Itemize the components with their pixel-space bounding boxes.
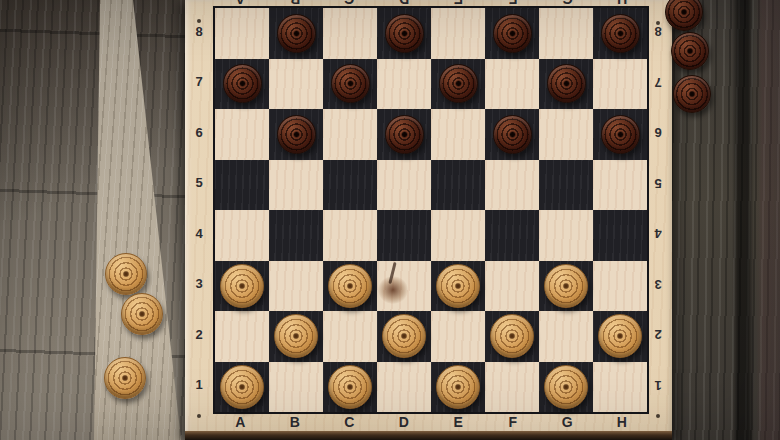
piece-light-h2[interactable] (598, 314, 642, 358)
square-d1[interactable] (377, 362, 431, 413)
square-f6[interactable] (485, 109, 539, 160)
offboard-piece-dark-2[interactable] (671, 32, 709, 70)
square-a8[interactable] (215, 8, 269, 59)
square-c1[interactable] (323, 362, 377, 413)
square-h1[interactable] (593, 362, 647, 413)
piece-dark-b8[interactable] (277, 14, 316, 53)
piece-light-g1[interactable] (544, 365, 588, 409)
square-e5[interactable] (431, 160, 485, 211)
rank-label-left-4: 4 (185, 208, 213, 259)
file-label-bottom-d: D (377, 411, 432, 432)
piece-light-c3[interactable] (328, 264, 372, 308)
square-a7[interactable] (215, 59, 269, 110)
file-label-bottom-b: B (268, 411, 323, 432)
piece-dark-d6[interactable] (385, 115, 424, 154)
square-f5[interactable] (485, 160, 539, 211)
file-label-top-g: G (540, 0, 595, 5)
square-f8[interactable] (485, 8, 539, 59)
rank-label-right-6: 6 (644, 107, 672, 158)
square-g8[interactable] (539, 8, 593, 59)
square-h5[interactable] (593, 160, 647, 211)
square-g4[interactable] (539, 210, 593, 261)
piece-dark-f8[interactable] (493, 14, 532, 53)
square-f4[interactable] (485, 210, 539, 261)
square-g6[interactable] (539, 109, 593, 160)
piece-light-b2[interactable] (274, 314, 318, 358)
file-label-top-e: E (431, 0, 486, 5)
rank-label-left-3: 3 (185, 259, 213, 310)
square-c6[interactable] (323, 109, 377, 160)
square-e8[interactable] (431, 8, 485, 59)
piece-light-g3[interactable] (544, 264, 588, 308)
rank-label-left-7: 7 (185, 57, 213, 108)
square-g1[interactable] (539, 362, 593, 413)
file-label-bottom-e: E (431, 411, 486, 432)
square-d2[interactable] (377, 311, 431, 362)
piece-light-d2[interactable] (382, 314, 426, 358)
square-h2[interactable] (593, 311, 647, 362)
square-b8[interactable] (269, 8, 323, 59)
piece-light-f2[interactable] (490, 314, 534, 358)
piece-dark-f6[interactable] (493, 115, 532, 154)
file-label-bottom-g: G (540, 411, 595, 432)
board-grid (213, 6, 649, 414)
board-bottom-edge (185, 431, 672, 440)
square-f7[interactable] (485, 59, 539, 110)
file-label-top-c: C (322, 0, 377, 5)
square-h8[interactable] (593, 8, 647, 59)
square-b7[interactable] (269, 59, 323, 110)
square-c5[interactable] (323, 160, 377, 211)
file-label-top-h: H (595, 0, 650, 5)
square-a6[interactable] (215, 109, 269, 160)
piece-dark-a7[interactable] (223, 64, 262, 103)
piece-light-c1[interactable] (328, 365, 372, 409)
offboard-piece-dark-3[interactable] (673, 75, 711, 113)
rank-label-left-2: 2 (185, 309, 213, 360)
square-a5[interactable] (215, 160, 269, 211)
square-g5[interactable] (539, 160, 593, 211)
rank-labels-right: 87654321 (644, 6, 672, 410)
square-d8[interactable] (377, 8, 431, 59)
rank-labels-left: 87654321 (185, 6, 213, 410)
square-b6[interactable] (269, 109, 323, 160)
square-b1[interactable] (269, 362, 323, 413)
checkers-photo-scene: ABCDEFGH 87654321 87654321 ABCDEFGH (0, 0, 780, 440)
square-a1[interactable] (215, 362, 269, 413)
piece-dark-c7[interactable] (331, 64, 370, 103)
rank-label-left-8: 8 (185, 6, 213, 57)
square-e6[interactable] (431, 109, 485, 160)
corner-pin-icon (197, 414, 201, 418)
corner-pin-icon (656, 21, 660, 25)
rank-label-right-1: 1 (644, 360, 672, 411)
piece-dark-b6[interactable] (277, 115, 316, 154)
square-d5[interactable] (377, 160, 431, 211)
checkers-board: ABCDEFGH 87654321 87654321 ABCDEFGH (185, 0, 672, 440)
square-g2[interactable] (539, 311, 593, 362)
square-b2[interactable] (269, 311, 323, 362)
piece-light-e1[interactable] (436, 365, 480, 409)
rank-label-right-4: 4 (644, 208, 672, 259)
square-c3[interactable] (323, 261, 377, 312)
rank-label-right-5: 5 (644, 158, 672, 209)
rank-label-left-5: 5 (185, 158, 213, 209)
piece-light-e3[interactable] (436, 264, 480, 308)
file-labels-bottom: ABCDEFGH (213, 411, 649, 432)
piece-dark-h8[interactable] (601, 14, 640, 53)
square-a2[interactable] (215, 311, 269, 362)
square-d3[interactable] (377, 261, 431, 312)
offboard-piece-light-3[interactable] (104, 357, 146, 399)
square-h6[interactable] (593, 109, 647, 160)
file-label-top-f: F (486, 0, 541, 5)
square-b5[interactable] (269, 160, 323, 211)
square-a4[interactable] (215, 210, 269, 261)
square-h3[interactable] (593, 261, 647, 312)
piece-light-a1[interactable] (220, 365, 264, 409)
square-d7[interactable] (377, 59, 431, 110)
square-e4[interactable] (431, 210, 485, 261)
rank-label-left-6: 6 (185, 107, 213, 158)
square-d6[interactable] (377, 109, 431, 160)
file-label-bottom-a: A (213, 411, 268, 432)
corner-pin-icon (197, 19, 201, 23)
square-h7[interactable] (593, 59, 647, 110)
rank-label-right-3: 3 (644, 259, 672, 310)
piece-dark-e7[interactable] (439, 64, 478, 103)
square-c2[interactable] (323, 311, 377, 362)
square-h4[interactable] (593, 210, 647, 261)
square-d4[interactable] (377, 210, 431, 261)
offboard-piece-light-2[interactable] (121, 293, 163, 335)
file-label-top-b: B (268, 0, 323, 5)
piece-dark-h6[interactable] (601, 115, 640, 154)
square-b4[interactable] (269, 210, 323, 261)
piece-dark-d8[interactable] (385, 14, 424, 53)
square-c4[interactable] (323, 210, 377, 261)
square-a3[interactable] (215, 261, 269, 312)
square-e7[interactable] (431, 59, 485, 110)
rank-label-left-1: 1 (185, 360, 213, 411)
corner-pin-icon (656, 414, 660, 418)
file-label-bottom-f: F (486, 411, 541, 432)
square-e1[interactable] (431, 362, 485, 413)
square-e2[interactable] (431, 311, 485, 362)
square-c8[interactable] (323, 8, 377, 59)
piece-light-a3[interactable] (220, 264, 264, 308)
piece-dark-g7[interactable] (547, 64, 586, 103)
file-label-bottom-h: H (595, 411, 650, 432)
square-f2[interactable] (485, 311, 539, 362)
rank-label-right-2: 2 (644, 309, 672, 360)
file-label-top-a: A (213, 0, 268, 5)
square-f3[interactable] (485, 261, 539, 312)
offboard-piece-light-1[interactable] (105, 253, 147, 295)
square-g3[interactable] (539, 261, 593, 312)
square-c7[interactable] (323, 59, 377, 110)
file-labels-top-cutoff: ABCDEFGH (213, 0, 649, 5)
square-f1[interactable] (485, 362, 539, 413)
file-label-top-d: D (377, 0, 432, 5)
file-label-bottom-c: C (322, 411, 377, 432)
square-g7[interactable] (539, 59, 593, 110)
square-e3[interactable] (431, 261, 485, 312)
rank-label-right-7: 7 (644, 57, 672, 108)
square-b3[interactable] (269, 261, 323, 312)
